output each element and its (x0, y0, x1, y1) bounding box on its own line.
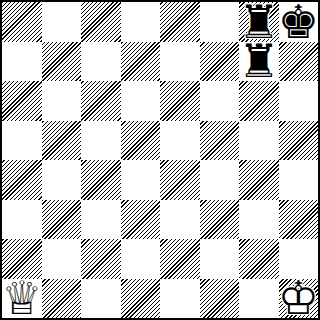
square-b8[interactable] (42, 2, 82, 42)
square-c2[interactable] (81, 239, 121, 279)
black-rook-icon: ♜ (239, 42, 279, 82)
piece-white-queen-a1[interactable]: ♛♕ (2, 279, 42, 319)
square-a8[interactable] (2, 2, 42, 42)
square-f3[interactable] (200, 200, 240, 240)
square-h4[interactable] (279, 160, 319, 200)
square-f1[interactable] (200, 279, 240, 319)
square-d2[interactable] (121, 239, 161, 279)
piece-black-rook-g7[interactable]: ♜ (239, 42, 279, 82)
square-f5[interactable] (200, 121, 240, 161)
square-f7[interactable] (200, 42, 240, 82)
square-d3[interactable] (121, 200, 161, 240)
square-b6[interactable] (42, 81, 82, 121)
square-g1[interactable] (239, 279, 279, 319)
square-f8[interactable] (200, 2, 240, 42)
square-b5[interactable] (42, 121, 82, 161)
black-king-icon: ♚ (279, 2, 319, 42)
piece-black-king-h8[interactable]: ♚ (279, 2, 319, 42)
square-b4[interactable] (42, 160, 82, 200)
chess-board: ♜♚♜♛♕♚♔ (0, 0, 320, 320)
piece-white-king-h1[interactable]: ♚♔ (279, 279, 319, 319)
square-g5[interactable] (239, 121, 279, 161)
square-c4[interactable] (81, 160, 121, 200)
square-a7[interactable] (2, 42, 42, 82)
square-g3[interactable] (239, 200, 279, 240)
square-g4[interactable] (239, 160, 279, 200)
square-f2[interactable] (200, 239, 240, 279)
square-c3[interactable] (81, 200, 121, 240)
square-g6[interactable] (239, 81, 279, 121)
square-h7[interactable] (279, 42, 319, 82)
square-b1[interactable] (42, 279, 82, 319)
square-d4[interactable] (121, 160, 161, 200)
square-a6[interactable] (2, 81, 42, 121)
square-c6[interactable] (81, 81, 121, 121)
square-d8[interactable] (121, 2, 161, 42)
square-h5[interactable] (279, 121, 319, 161)
square-b7[interactable] (42, 42, 82, 82)
square-c7[interactable] (81, 42, 121, 82)
square-e5[interactable] (160, 121, 200, 161)
square-e7[interactable] (160, 42, 200, 82)
square-b3[interactable] (42, 200, 82, 240)
square-h6[interactable] (279, 81, 319, 121)
square-d7[interactable] (121, 42, 161, 82)
square-g2[interactable] (239, 239, 279, 279)
square-c8[interactable] (81, 2, 121, 42)
square-d5[interactable] (121, 121, 161, 161)
square-b2[interactable] (42, 239, 82, 279)
square-a3[interactable] (2, 200, 42, 240)
white-king-icon: ♔ (279, 279, 319, 319)
square-e8[interactable] (160, 2, 200, 42)
square-e3[interactable] (160, 200, 200, 240)
square-e4[interactable] (160, 160, 200, 200)
square-e1[interactable] (160, 279, 200, 319)
square-a1[interactable]: ♛♕ (2, 279, 42, 319)
square-c5[interactable] (81, 121, 121, 161)
square-f4[interactable] (200, 160, 240, 200)
square-a5[interactable] (2, 121, 42, 161)
square-c1[interactable] (81, 279, 121, 319)
square-h8[interactable]: ♚ (279, 2, 319, 42)
square-h3[interactable] (279, 200, 319, 240)
square-d6[interactable] (121, 81, 161, 121)
square-f6[interactable] (200, 81, 240, 121)
square-h1[interactable]: ♚♔ (279, 279, 319, 319)
white-queen-icon: ♕ (2, 279, 42, 319)
square-e6[interactable] (160, 81, 200, 121)
square-g7[interactable]: ♜ (239, 42, 279, 82)
square-d1[interactable] (121, 279, 161, 319)
square-e2[interactable] (160, 239, 200, 279)
square-a4[interactable] (2, 160, 42, 200)
